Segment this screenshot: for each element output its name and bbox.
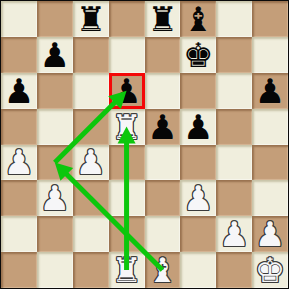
white-pawn-a4[interactable]: ♟ <box>1 145 37 181</box>
black-pawn-a6[interactable]: ♟ <box>1 73 37 109</box>
square-a2[interactable] <box>1 216 37 252</box>
square-b6[interactable] <box>37 73 73 109</box>
square-f4[interactable] <box>180 145 216 181</box>
chess-board-panel: ♜♜♝♟♚♟♟♟♜♟♟♟♟♟♟♟♟♜♝♚ <box>0 0 289 289</box>
square-g6[interactable] <box>216 73 252 109</box>
square-a8[interactable] <box>1 1 37 37</box>
square-d6[interactable]: ♟ <box>109 73 145 109</box>
square-g2[interactable]: ♟ <box>216 216 252 252</box>
square-g8[interactable] <box>216 1 252 37</box>
square-c7[interactable] <box>73 37 109 73</box>
white-king-h1[interactable]: ♚ <box>252 252 288 288</box>
square-c8[interactable]: ♜ <box>73 1 109 37</box>
black-pawn-d6[interactable]: ♟ <box>109 73 145 109</box>
chess-board[interactable]: ♜♜♝♟♚♟♟♟♜♟♟♟♟♟♟♟♟♜♝♚ <box>0 0 289 289</box>
black-pawn-e5[interactable]: ♟ <box>145 109 181 145</box>
square-c6[interactable] <box>73 73 109 109</box>
white-rook-d1[interactable]: ♜ <box>109 252 145 288</box>
square-c3[interactable] <box>73 180 109 216</box>
square-d8[interactable] <box>109 1 145 37</box>
square-b8[interactable] <box>37 1 73 37</box>
square-h7[interactable] <box>252 37 288 73</box>
square-e8[interactable]: ♜ <box>145 1 181 37</box>
square-b1[interactable] <box>37 252 73 288</box>
square-e2[interactable] <box>145 216 181 252</box>
square-a6[interactable]: ♟ <box>1 73 37 109</box>
square-a7[interactable] <box>1 37 37 73</box>
black-rook-c8[interactable]: ♜ <box>73 1 109 37</box>
white-pawn-h2[interactable]: ♟ <box>252 216 288 252</box>
square-b3[interactable]: ♟ <box>37 180 73 216</box>
square-g4[interactable] <box>216 145 252 181</box>
square-d3[interactable] <box>109 180 145 216</box>
square-d5[interactable]: ♜ <box>109 109 145 145</box>
black-rook-e8[interactable]: ♜ <box>145 1 181 37</box>
square-e6[interactable] <box>145 73 181 109</box>
square-d2[interactable] <box>109 216 145 252</box>
black-bishop-f8[interactable]: ♝ <box>180 1 216 37</box>
square-c2[interactable] <box>73 216 109 252</box>
square-h4[interactable] <box>252 145 288 181</box>
white-pawn-b3[interactable]: ♟ <box>37 180 73 216</box>
square-f8[interactable]: ♝ <box>180 1 216 37</box>
white-pawn-c4[interactable]: ♟ <box>73 145 109 181</box>
square-e7[interactable] <box>145 37 181 73</box>
black-pawn-f5[interactable]: ♟ <box>180 109 216 145</box>
square-c1[interactable] <box>73 252 109 288</box>
square-d4[interactable] <box>109 145 145 181</box>
square-b2[interactable] <box>37 216 73 252</box>
square-c5[interactable] <box>73 109 109 145</box>
white-bishop-e1[interactable]: ♝ <box>145 252 181 288</box>
square-h6[interactable]: ♟ <box>252 73 288 109</box>
white-pawn-g2[interactable]: ♟ <box>216 216 252 252</box>
square-d1[interactable]: ♜ <box>109 252 145 288</box>
square-h3[interactable] <box>252 180 288 216</box>
black-pawn-h6[interactable]: ♟ <box>252 73 288 109</box>
square-b5[interactable] <box>37 109 73 145</box>
square-c4[interactable]: ♟ <box>73 145 109 181</box>
square-g1[interactable] <box>216 252 252 288</box>
square-b4[interactable] <box>37 145 73 181</box>
square-f1[interactable] <box>180 252 216 288</box>
square-f3[interactable]: ♟ <box>180 180 216 216</box>
square-d7[interactable] <box>109 37 145 73</box>
black-pawn-b7[interactable]: ♟ <box>37 37 73 73</box>
square-h8[interactable] <box>252 1 288 37</box>
white-rook-d5[interactable]: ♜ <box>109 109 145 145</box>
square-a5[interactable] <box>1 109 37 145</box>
square-e4[interactable] <box>145 145 181 181</box>
square-h5[interactable] <box>252 109 288 145</box>
square-f6[interactable] <box>180 73 216 109</box>
black-king-f7[interactable]: ♚ <box>180 37 216 73</box>
square-e3[interactable] <box>145 180 181 216</box>
square-f2[interactable] <box>180 216 216 252</box>
square-a4[interactable]: ♟ <box>1 145 37 181</box>
white-pawn-f3[interactable]: ♟ <box>180 180 216 216</box>
square-g5[interactable] <box>216 109 252 145</box>
square-a3[interactable] <box>1 180 37 216</box>
square-h2[interactable]: ♟ <box>252 216 288 252</box>
square-a1[interactable] <box>1 252 37 288</box>
square-h1[interactable]: ♚ <box>252 252 288 288</box>
square-f7[interactable]: ♚ <box>180 37 216 73</box>
square-f5[interactable]: ♟ <box>180 109 216 145</box>
square-g7[interactable] <box>216 37 252 73</box>
square-g3[interactable] <box>216 180 252 216</box>
square-e1[interactable]: ♝ <box>145 252 181 288</box>
square-e5[interactable]: ♟ <box>145 109 181 145</box>
square-b7[interactable]: ♟ <box>37 37 73 73</box>
